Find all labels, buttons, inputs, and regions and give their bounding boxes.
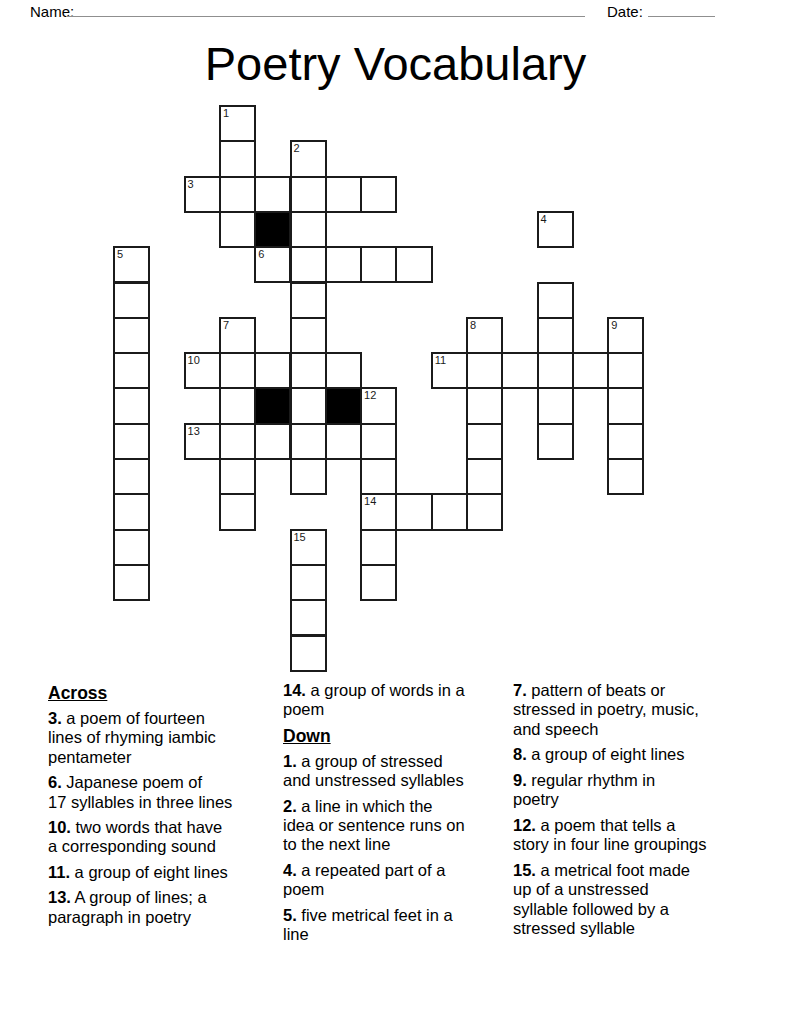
grid-cell[interactable]: [466, 458, 503, 495]
clue-item-number: 9.: [513, 771, 527, 789]
clue-item: 8. a group of eight lines: [513, 745, 755, 764]
grid-cell[interactable]: [501, 352, 538, 389]
clue-item-number: 3.: [48, 709, 62, 727]
clue-number: 4: [541, 213, 547, 225]
grid-cell[interactable]: 3: [184, 176, 221, 213]
clue-item: 4. a repeated part of a poem: [283, 861, 503, 900]
grid-cell[interactable]: [537, 423, 574, 460]
grid-cell[interactable]: 12: [360, 387, 397, 424]
clue-item: 11. a group of eight lines: [48, 863, 262, 882]
grid-cell[interactable]: [219, 387, 256, 424]
clue-item-number: 5.: [283, 906, 297, 924]
black-cell: [254, 211, 291, 248]
grid-cell[interactable]: 8: [466, 317, 503, 354]
clue-number: 8: [470, 319, 476, 331]
grid-cell[interactable]: [325, 246, 362, 283]
name-blank-line: [66, 2, 585, 17]
grid-cell[interactable]: [395, 246, 432, 283]
grid-cell[interactable]: [466, 387, 503, 424]
grid-cell[interactable]: [290, 635, 327, 672]
grid-cell[interactable]: [325, 176, 362, 213]
clue-column-right: 7. pattern of beats or stressed in poetr…: [513, 681, 755, 945]
clue-item-number: 2.: [283, 797, 297, 815]
grid-cell[interactable]: 9: [607, 317, 644, 354]
clue-item-text: five metrical feet in a line: [283, 906, 453, 943]
grid-cell[interactable]: [360, 176, 397, 213]
grid-cell[interactable]: 11: [431, 352, 468, 389]
grid-cell[interactable]: [254, 352, 291, 389]
grid-cell[interactable]: [360, 423, 397, 460]
grid-cell[interactable]: [325, 352, 362, 389]
clue-item-text: a line in which the idea or sentence run…: [283, 797, 465, 854]
page-title: Poetry Vocabulary: [0, 36, 791, 91]
grid-cell[interactable]: [360, 564, 397, 601]
grid-cell[interactable]: [537, 317, 574, 354]
clue-item-number: 11.: [48, 863, 70, 881]
grid-cell[interactable]: [113, 423, 150, 460]
grid-cell[interactable]: [537, 387, 574, 424]
grid-cell[interactable]: 14: [360, 493, 397, 530]
grid-cell[interactable]: 7: [219, 317, 256, 354]
black-cell: [325, 387, 362, 424]
grid-cell[interactable]: [607, 423, 644, 460]
grid-cell[interactable]: [113, 458, 150, 495]
clue-number: 1: [223, 107, 229, 119]
grid-cell[interactable]: [290, 387, 327, 424]
grid-cell[interactable]: [219, 423, 256, 460]
date-label: Date:: [607, 3, 643, 20]
clue-item: 5. five metrical feet in a line: [283, 906, 503, 945]
clue-item-number: 14.: [283, 681, 306, 699]
grid-cell[interactable]: 10: [184, 352, 221, 389]
grid-cell[interactable]: [219, 458, 256, 495]
grid-cell[interactable]: [254, 423, 291, 460]
grid-cell[interactable]: [219, 493, 256, 530]
grid-cell[interactable]: [537, 352, 574, 389]
clue-number: 12: [364, 389, 376, 401]
clue-column-middle: 14. a group of words in a poemDown1. a g…: [283, 681, 503, 951]
clue-number: 5: [117, 248, 123, 260]
clue-number: 6: [258, 248, 264, 260]
grid-cell[interactable]: 2: [290, 140, 327, 177]
grid-cell[interactable]: [113, 493, 150, 530]
grid-cell[interactable]: [395, 493, 432, 530]
clue-item-number: 4.: [283, 861, 297, 879]
clue-item-text: a group of words in a poem: [283, 681, 465, 718]
clue-list-header: Down: [283, 726, 503, 747]
grid-cell[interactable]: [290, 352, 327, 389]
worksheet-page: { "game": "crossword", "title": "Poetry …: [0, 0, 791, 1024]
clue-number: 11: [435, 354, 446, 366]
grid-cell[interactable]: 5: [113, 246, 150, 283]
clue-item-text: a poem of fourteen lines of rhyming iamb…: [48, 709, 216, 766]
grid-cell[interactable]: [113, 387, 150, 424]
clue-number: 10: [188, 354, 200, 366]
clue-item-text: a group of eight lines: [527, 745, 685, 763]
grid-cell[interactable]: [219, 211, 256, 248]
grid-cell[interactable]: [113, 529, 150, 566]
grid-cell[interactable]: [607, 352, 644, 389]
clue-item-number: 12.: [513, 816, 536, 834]
clue-item: 7. pattern of beats or stressed in poetr…: [513, 681, 755, 739]
grid-cell[interactable]: [360, 246, 397, 283]
clue-list-header: Across: [48, 683, 262, 704]
grid-cell[interactable]: [290, 282, 327, 319]
clue-item-text: a poem that tells a story in four line g…: [513, 816, 707, 853]
clue-item: 2. a line in which the idea or sentence …: [283, 797, 503, 855]
clue-number: 7: [223, 319, 229, 331]
clue-number: 3: [188, 178, 194, 190]
clue-number: 9: [611, 319, 617, 331]
grid-cell[interactable]: [325, 423, 362, 460]
grid-cell[interactable]: [466, 352, 503, 389]
grid-cell[interactable]: [290, 246, 327, 283]
worksheet-header: Name: Date:: [0, 0, 791, 24]
grid-cell[interactable]: [290, 458, 327, 495]
clue-number: 15: [294, 531, 306, 543]
clue-item-number: 7.: [513, 681, 527, 699]
grid-cell[interactable]: [360, 458, 397, 495]
clue-item-number: 1.: [283, 752, 297, 770]
grid-cell[interactable]: [607, 387, 644, 424]
grid-cell[interactable]: 1: [219, 105, 256, 142]
grid-cell[interactable]: [113, 282, 150, 319]
clue-item: 9. regular rhythm in poetry: [513, 771, 755, 810]
grid-cell[interactable]: [607, 458, 644, 495]
grid-cell[interactable]: [113, 317, 150, 354]
clue-item: 3. a poem of fourteen lines of rhyming i…: [48, 709, 262, 767]
clue-item-text: a group of eight lines: [70, 863, 228, 881]
clue-item-text: a group of stressed and unstressed sylla…: [283, 752, 464, 789]
clue-number: 2: [294, 142, 300, 154]
grid-cell[interactable]: [466, 423, 503, 460]
clue-number: 13: [188, 425, 200, 437]
grid-cell[interactable]: [466, 493, 503, 530]
clue-item-text: Japanese poem of 17 syllables in three l…: [48, 773, 232, 810]
clue-item: 15. a metrical foot made up of a unstres…: [513, 861, 755, 939]
clue-item-number: 15.: [513, 861, 536, 879]
grid-cell[interactable]: [219, 140, 256, 177]
clue-item-text: regular rhythm in poetry: [513, 771, 655, 808]
clue-item: 14. a group of words in a poem: [283, 681, 503, 720]
grid-cell[interactable]: 6: [254, 246, 291, 283]
grid-cell[interactable]: [290, 423, 327, 460]
grid-cell[interactable]: [537, 282, 574, 319]
grid-cell[interactable]: [290, 564, 327, 601]
grid-cell[interactable]: [254, 176, 291, 213]
clue-item: 6. Japanese poem of 17 syllables in thre…: [48, 773, 262, 812]
grid-cell[interactable]: [290, 176, 327, 213]
clue-item-number: 6.: [48, 773, 62, 791]
grid-cell[interactable]: [572, 352, 609, 389]
clue-item: 1. a group of stressed and unstressed sy…: [283, 752, 503, 791]
clue-number: 14: [364, 495, 376, 507]
clue-item-text: A group of lines; a paragraph in poetry: [48, 888, 207, 925]
clue-item: 12. a poem that tells a story in four li…: [513, 816, 755, 855]
grid-cell[interactable]: 4: [537, 211, 574, 248]
clue-column-left: Across3. a poem of fourteen lines of rhy…: [48, 681, 262, 933]
date-blank-line: [648, 2, 715, 17]
black-cell: [254, 387, 291, 424]
grid-cell[interactable]: [113, 564, 150, 601]
grid-cell[interactable]: [290, 599, 327, 636]
grid-cell[interactable]: [360, 529, 397, 566]
clue-item-number: 10.: [48, 818, 71, 836]
grid-cell[interactable]: 15: [290, 529, 327, 566]
clue-item: 13. A group of lines; a paragraph in poe…: [48, 888, 262, 927]
clue-item-number: 8.: [513, 745, 527, 763]
crossword-grid: 123456789101112131415: [113, 105, 643, 670]
grid-cell[interactable]: [219, 352, 256, 389]
grid-cell[interactable]: [113, 352, 150, 389]
clue-item-number: 13.: [48, 888, 71, 906]
grid-cell[interactable]: [290, 211, 327, 248]
grid-cell[interactable]: [219, 176, 256, 213]
clue-item-text: a metrical foot made up of a unstressed …: [513, 861, 690, 937]
grid-cell[interactable]: 13: [184, 423, 221, 460]
grid-cell[interactable]: [290, 317, 327, 354]
clue-item-text: pattern of beats or stressed in poetry, …: [513, 681, 699, 738]
clue-item: 10. two words that have a corresponding …: [48, 818, 262, 857]
clue-item-text: a repeated part of a poem: [283, 861, 445, 898]
clue-item-text: two words that have a corresponding soun…: [48, 818, 222, 855]
grid-cell[interactable]: [431, 493, 468, 530]
